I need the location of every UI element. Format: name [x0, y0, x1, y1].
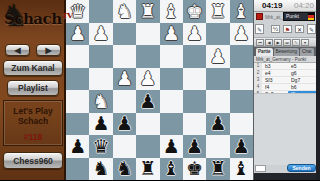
- black-rook: ♜: [209, 159, 226, 178]
- toolbar-icon[interactable]: ▾: [301, 39, 309, 46]
- send-button[interactable]: Senden: [287, 164, 316, 172]
- black-king: ♚: [186, 159, 203, 178]
- white-pawn: ♟: [186, 24, 203, 43]
- episode-title-line2: Schach: [4, 116, 62, 126]
- square[interactable]: ♜: [206, 158, 229, 181]
- square[interactable]: [89, 68, 112, 91]
- logo-tv-sup: TV: [62, 10, 73, 20]
- black-move[interactable]: g6: [288, 70, 317, 76]
- square[interactable]: ♚: [183, 0, 206, 23]
- scoresheet-pencil-icon[interactable]: ✎: [255, 24, 264, 34]
- chess960-button[interactable]: Chess960: [3, 152, 63, 169]
- chat-send-row: Senden: [254, 164, 317, 173]
- square[interactable]: ♛: [89, 135, 112, 158]
- square[interactable]: [89, 0, 112, 23]
- square[interactable]: ♟: [230, 135, 253, 158]
- move-number: 2: [254, 70, 262, 76]
- square[interactable]: [183, 90, 206, 113]
- tab-partie[interactable]: Partie: [256, 48, 273, 56]
- white-rook: ♜: [139, 2, 156, 21]
- white-player-badge-icon: [256, 13, 263, 20]
- square[interactable]: [89, 45, 112, 68]
- black-knight: ♞: [93, 159, 110, 178]
- black-move[interactable]: e5: [288, 63, 317, 69]
- square[interactable]: [183, 68, 206, 91]
- square[interactable]: [206, 68, 229, 91]
- white-knight: ♞: [116, 2, 133, 21]
- square[interactable]: ♟: [113, 113, 136, 136]
- panel-tabs: PartieBewertungChat: [254, 47, 317, 56]
- white-pawn: ♟: [209, 47, 226, 66]
- black-pawn: ♟: [233, 137, 250, 156]
- german-flag-icon: [308, 13, 314, 20]
- black-pawn: ♟: [139, 92, 156, 111]
- square[interactable]: ♟: [136, 68, 159, 91]
- episode-title-line1: Let's Play: [4, 106, 62, 116]
- white-rook: ♜: [209, 2, 226, 21]
- black-bishop: ♝: [233, 159, 250, 178]
- square[interactable]: ♝: [160, 158, 183, 181]
- move-number: 1: [254, 63, 262, 69]
- square[interactable]: [160, 90, 183, 113]
- game-header-text: Mrk_at_Germany - Punkt: [254, 56, 317, 63]
- white-pawn: ♟: [116, 69, 133, 88]
- toolbar-icon[interactable]: ◀: [265, 39, 273, 46]
- chat-area: [254, 93, 317, 165]
- square[interactable]: [66, 68, 89, 91]
- black-pawn: ♟: [186, 137, 203, 156]
- square[interactable]: ♝: [230, 158, 253, 181]
- notation-toolbar: ⏮◀▶⏭✎▾: [254, 37, 317, 47]
- white-move[interactable]: Sf3: [262, 77, 288, 83]
- square[interactable]: [66, 113, 89, 136]
- square[interactable]: [183, 45, 206, 68]
- square[interactable]: [206, 90, 229, 113]
- clock-row: 04:19 04:20: [254, 0, 317, 12]
- game-action-row: ✎ ✎ ½ ⚑ ✕: [254, 23, 317, 36]
- white-king: ♚: [186, 2, 203, 21]
- square[interactable]: [230, 113, 253, 136]
- square[interactable]: [113, 23, 136, 46]
- draw-offer-button[interactable]: ½: [271, 25, 280, 33]
- square[interactable]: ♜: [136, 158, 159, 181]
- move-row: 1b3e5: [254, 63, 317, 70]
- square[interactable]: [230, 45, 253, 68]
- white-pawn: ♟: [139, 69, 156, 88]
- black-clock: 04:20: [294, 1, 314, 10]
- square[interactable]: [230, 90, 253, 113]
- square[interactable]: ♟: [113, 68, 136, 91]
- move-number: 3: [254, 77, 262, 83]
- square[interactable]: [206, 135, 229, 158]
- black-move[interactable]: b6: [288, 84, 317, 90]
- sidebar: ♞ SchachTV ◀ ▶ Zum Kanal Playlist Let's …: [0, 0, 66, 180]
- square[interactable]: ♞: [113, 158, 136, 181]
- square[interactable]: [136, 113, 159, 136]
- playlist-button[interactable]: Playlist: [7, 80, 59, 96]
- toolbar-icon[interactable]: ✎: [292, 39, 300, 46]
- square[interactable]: ♟: [206, 113, 229, 136]
- black-pawn: ♟: [209, 114, 226, 133]
- white-pawn: ♟: [233, 24, 250, 43]
- square[interactable]: [66, 45, 89, 68]
- square[interactable]: ♝: [230, 0, 253, 23]
- square[interactable]: ♟: [206, 45, 229, 68]
- square[interactable]: ♟: [89, 113, 112, 136]
- tab-bewertung[interactable]: Bewertung: [274, 48, 300, 56]
- square[interactable]: ♞: [89, 90, 112, 113]
- square[interactable]: [160, 68, 183, 91]
- black-pawn: ♟: [93, 114, 110, 133]
- square[interactable]: ♟: [230, 23, 253, 46]
- square[interactable]: ♞: [113, 0, 136, 23]
- move-row: 4f4b6: [254, 84, 317, 91]
- chess-board[interactable]: ♛♞♜♝♚♜♝♟♟♟♟♟♟♟♟♞♟♟♟♟♟♛♟♟♟♞♞♜♝♚♜♝: [66, 0, 253, 180]
- playchess-panel: 04:19 04:20 Mrk_at_Germany Punkt ✎ ✎ ½ ⚑…: [253, 0, 320, 180]
- scoresheet-pencil-icon[interactable]: ✎: [307, 24, 316, 34]
- square[interactable]: ♞: [89, 158, 112, 181]
- square[interactable]: ♚: [183, 158, 206, 181]
- white-bishop: ♝: [233, 2, 250, 21]
- white-move[interactable]: e4: [262, 70, 288, 76]
- square[interactable]: [136, 45, 159, 68]
- episode-number: #118: [4, 132, 62, 142]
- black-pawn: ♟: [69, 137, 86, 156]
- square[interactable]: [136, 135, 159, 158]
- white-pawn: ♟: [93, 24, 110, 43]
- move-number: 4: [254, 84, 262, 90]
- resign-flag-button[interactable]: ⚑: [283, 25, 292, 33]
- zum-kanal-button[interactable]: Zum Kanal: [3, 60, 63, 76]
- prev-arrow-icon: ◀: [14, 46, 20, 55]
- square[interactable]: ♝: [160, 0, 183, 23]
- schachtv-logo: ♞ SchachTV: [0, 0, 78, 40]
- white-player-name: Mrk_at_Germany: [265, 14, 285, 20]
- window-edge: [316, 0, 320, 180]
- toolbar-icon[interactable]: ▶: [274, 39, 282, 46]
- abort-game-button[interactable]: ✕: [295, 25, 304, 33]
- square[interactable]: [113, 45, 136, 68]
- move-row: 2e4g6: [254, 70, 317, 77]
- panel-bottom-bar: [254, 173, 320, 180]
- white-move[interactable]: f4: [262, 84, 288, 90]
- toolbar-icon[interactable]: ⏮: [256, 39, 264, 46]
- white-move[interactable]: b3: [262, 63, 288, 69]
- square[interactable]: [136, 23, 159, 46]
- toolbar-icon[interactable]: ⏭: [283, 39, 291, 46]
- square[interactable]: [206, 23, 229, 46]
- prev-arrow-button[interactable]: ◀: [5, 44, 30, 56]
- black-bishop: ♝: [163, 159, 180, 178]
- player-name-row: Mrk_at_Germany Punkt: [254, 12, 317, 22]
- logo-text: SchachTV: [4, 10, 73, 28]
- square[interactable]: ♟: [160, 23, 183, 46]
- tab-chat[interactable]: Chat: [300, 48, 314, 56]
- square[interactable]: [113, 135, 136, 158]
- next-arrow-icon: ▶: [45, 46, 51, 55]
- move-row: 3Sf3Dg7: [254, 77, 317, 84]
- white-clock: 04:19: [262, 1, 282, 10]
- white-pawn: ♟: [163, 24, 180, 43]
- square[interactable]: [113, 90, 136, 113]
- square[interactable]: [160, 113, 183, 136]
- square[interactable]: ♟: [66, 135, 89, 158]
- black-rook: ♜: [139, 159, 156, 178]
- square[interactable]: ♟: [136, 90, 159, 113]
- chat-input[interactable]: [255, 165, 266, 172]
- black-pawn: ♟: [163, 137, 180, 156]
- square[interactable]: [230, 68, 253, 91]
- black-knight: ♞: [116, 159, 133, 178]
- episode-box: Let's Play Schach #118: [3, 100, 63, 146]
- next-arrow-button[interactable]: ▶: [36, 44, 61, 56]
- black-pawn: ♟: [116, 114, 133, 133]
- square[interactable]: [183, 113, 206, 136]
- white-knight: ♞: [93, 92, 110, 111]
- black-move[interactable]: Dg7: [288, 77, 317, 83]
- square[interactable]: [160, 45, 183, 68]
- black-queen: ♛: [93, 137, 110, 156]
- square[interactable]: [66, 158, 89, 181]
- square[interactable]: ♜: [136, 0, 159, 23]
- square[interactable]: [66, 90, 89, 113]
- square[interactable]: ♟: [89, 23, 112, 46]
- white-bishop: ♝: [163, 2, 180, 21]
- square[interactable]: ♜: [206, 0, 229, 23]
- square[interactable]: ♟: [183, 135, 206, 158]
- square[interactable]: ♟: [183, 23, 206, 46]
- square[interactable]: ♟: [160, 135, 183, 158]
- black-player-name: Punkt: [283, 12, 315, 21]
